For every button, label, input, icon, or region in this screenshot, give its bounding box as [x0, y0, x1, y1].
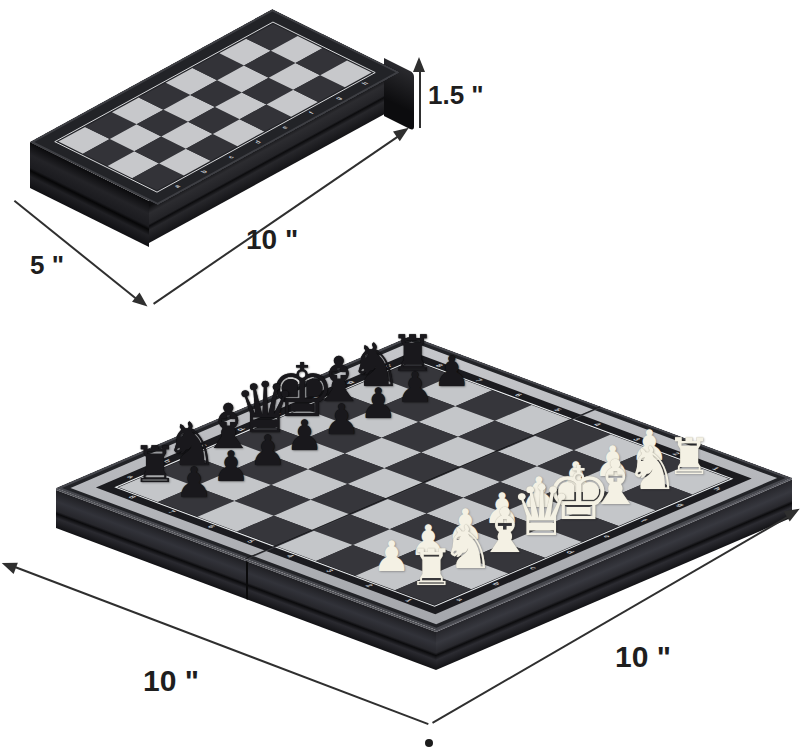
- dim-label-folded-height: 1.5 ": [428, 82, 484, 108]
- folded-coord-file-d: d: [254, 140, 263, 145]
- dim-label-open-depth: 10 ": [615, 642, 671, 672]
- dot-marker: [425, 739, 433, 747]
- arrow-down-right-icon: [132, 292, 151, 311]
- folded-coord-file-b: b: [200, 169, 209, 174]
- arrow-up-icon: [413, 57, 425, 72]
- dim-label-folded-length: 10 ": [246, 226, 298, 254]
- dim-label-folded-width: 5 ": [30, 252, 64, 278]
- folded-coord-file-g: g: [334, 96, 343, 101]
- folded-coord-file-e: e: [281, 125, 290, 130]
- arrow-up-left-icon: [0, 557, 18, 574]
- folded-coord-file-f: f: [308, 111, 316, 115]
- dim-label-open-width: 10 ": [143, 666, 199, 696]
- folded-coord-file-c: c: [227, 155, 236, 160]
- folded-coord-file-h: h: [361, 81, 370, 86]
- dim-line-folded-height: [419, 63, 421, 128]
- open-board-top: ♜♟♟♜♞♟♟♞♝♟♟♝♚♟♟♚♛♟♟♛♝♟♟♝♞♟♟♞♜♟♟♜ 8877665…: [56, 336, 791, 630]
- folded-coord-file-a: a: [173, 184, 182, 189]
